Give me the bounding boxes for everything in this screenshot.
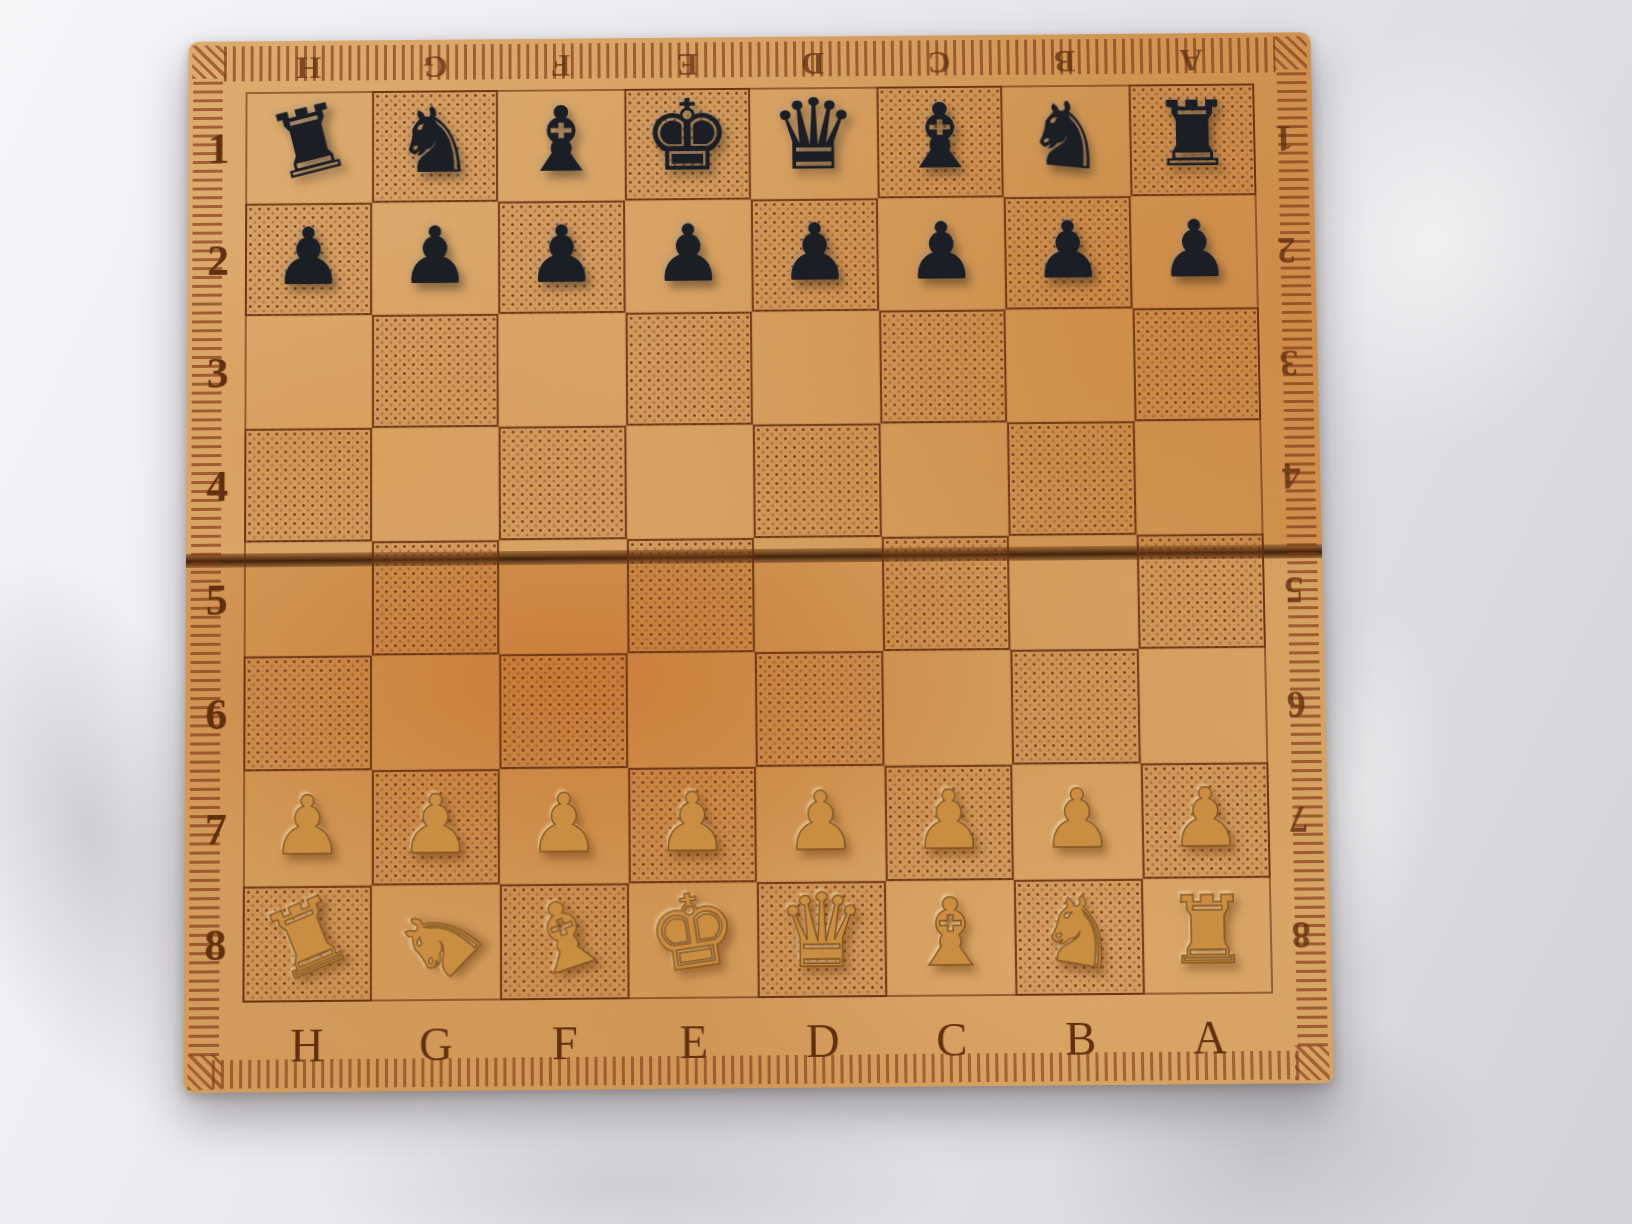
square-c7[interactable]: ♟ bbox=[884, 765, 1014, 881]
piece-black-king[interactable]: ♚ bbox=[643, 87, 732, 186]
square-b6[interactable] bbox=[1010, 649, 1140, 765]
piece-white-pawn[interactable]: ♟ bbox=[399, 784, 471, 866]
square-b8[interactable]: ♞ bbox=[1014, 879, 1145, 996]
square-c1[interactable]: ♝ bbox=[876, 86, 1004, 199]
piece-black-bishop[interactable]: ♝ bbox=[898, 92, 981, 183]
square-g6[interactable] bbox=[371, 654, 499, 770]
square-d7[interactable]: ♟ bbox=[756, 766, 885, 882]
square-h8[interactable]: ♜ bbox=[242, 886, 371, 1003]
piece-black-queen[interactable]: ♛ bbox=[769, 86, 859, 185]
square-a5[interactable] bbox=[1136, 534, 1266, 649]
piece-black-pawn[interactable]: ♟ bbox=[652, 214, 724, 293]
square-c8[interactable]: ♝ bbox=[885, 880, 1015, 997]
square-a3[interactable] bbox=[1132, 307, 1261, 421]
square-a1[interactable]: ♜ bbox=[1128, 83, 1256, 196]
square-d1[interactable]: ♛ bbox=[750, 87, 877, 200]
piece-white-pawn[interactable]: ♟ bbox=[271, 786, 343, 868]
piece-black-pawn[interactable]: ♟ bbox=[1158, 210, 1231, 289]
square-f2[interactable]: ♟ bbox=[498, 201, 625, 314]
piece-black-bishop[interactable]: ♝ bbox=[520, 95, 602, 186]
ruler-hatch-corner bbox=[187, 1055, 222, 1090]
square-f6[interactable] bbox=[499, 653, 627, 769]
square-f7[interactable]: ♟ bbox=[500, 768, 629, 884]
square-b2[interactable]: ♟ bbox=[1004, 196, 1132, 309]
square-c3[interactable] bbox=[879, 310, 1007, 424]
piece-white-pawn[interactable]: ♟ bbox=[656, 782, 729, 864]
piece-white-queen[interactable]: ♛ bbox=[776, 880, 867, 982]
square-b5[interactable] bbox=[1009, 535, 1138, 650]
squares-grid: ♜♞♝♚♛♝♞♜♟♟♟♟♟♟♟♟♟♟♟♟♟♟♟♟♜♞♝♚♛♝♞♜ bbox=[242, 83, 1273, 1002]
piece-black-pawn[interactable]: ♟ bbox=[1032, 211, 1104, 290]
ruler-hatch-corner bbox=[1294, 1045, 1329, 1080]
square-h7[interactable]: ♟ bbox=[243, 770, 372, 886]
square-c2[interactable]: ♟ bbox=[877, 197, 1005, 310]
photo-background: 12345678 12345678 HGFEDCBA HGFEDCBA ♜♞♝♚… bbox=[0, 0, 1632, 1224]
square-a4[interactable] bbox=[1134, 420, 1263, 535]
square-h6[interactable] bbox=[243, 655, 371, 771]
piece-white-pawn[interactable]: ♟ bbox=[1040, 779, 1113, 861]
square-g8[interactable]: ♞ bbox=[371, 884, 500, 1001]
piece-black-pawn[interactable]: ♟ bbox=[905, 212, 977, 291]
piece-white-pawn[interactable]: ♟ bbox=[912, 780, 985, 862]
chess-board: 12345678 12345678 HGFEDCBA HGFEDCBA ♜♞♝♚… bbox=[183, 32, 1333, 1093]
piece-white-bishop[interactable]: ♝ bbox=[510, 879, 618, 994]
square-g2[interactable]: ♟ bbox=[372, 202, 499, 315]
square-e5[interactable] bbox=[626, 538, 754, 653]
square-h3[interactable] bbox=[244, 315, 371, 429]
square-d8[interactable]: ♛ bbox=[757, 881, 887, 998]
square-e8[interactable]: ♚ bbox=[628, 882, 758, 999]
square-e2[interactable]: ♟ bbox=[624, 199, 751, 312]
square-d2[interactable]: ♟ bbox=[751, 198, 879, 311]
square-g4[interactable] bbox=[371, 427, 498, 542]
piece-black-pawn[interactable]: ♟ bbox=[399, 217, 470, 296]
square-f1[interactable]: ♝ bbox=[498, 89, 625, 202]
piece-white-pawn[interactable]: ♟ bbox=[1169, 778, 1243, 860]
square-f8[interactable]: ♝ bbox=[500, 883, 629, 1000]
ruler-hatch-corner bbox=[192, 45, 226, 78]
piece-white-pawn[interactable]: ♟ bbox=[784, 781, 857, 863]
square-g7[interactable]: ♟ bbox=[371, 769, 500, 885]
square-d5[interactable] bbox=[754, 537, 883, 652]
piece-black-rook[interactable]: ♜ bbox=[258, 89, 359, 196]
square-e1[interactable]: ♚ bbox=[624, 88, 751, 201]
square-b1[interactable]: ♞ bbox=[1002, 85, 1130, 198]
ruler-hatch-left bbox=[189, 77, 223, 1057]
square-b7[interactable]: ♟ bbox=[1012, 763, 1142, 879]
square-e7[interactable]: ♟ bbox=[628, 767, 757, 883]
piece-white-bishop[interactable]: ♝ bbox=[908, 886, 992, 980]
piece-black-knight[interactable]: ♞ bbox=[394, 96, 476, 187]
square-c6[interactable] bbox=[883, 650, 1012, 766]
square-b4[interactable] bbox=[1007, 421, 1136, 536]
piece-black-pawn[interactable]: ♟ bbox=[273, 218, 344, 297]
square-a8[interactable]: ♜ bbox=[1142, 878, 1273, 995]
piece-black-pawn[interactable]: ♟ bbox=[779, 213, 851, 292]
piece-white-knight[interactable]: ♞ bbox=[1030, 879, 1127, 985]
square-f5[interactable] bbox=[499, 539, 627, 654]
square-a6[interactable] bbox=[1138, 648, 1268, 764]
square-h2[interactable]: ♟ bbox=[245, 203, 372, 316]
square-e4[interactable] bbox=[626, 425, 754, 540]
piece-white-knight[interactable]: ♞ bbox=[378, 879, 503, 1004]
square-h4[interactable] bbox=[244, 428, 372, 543]
square-a7[interactable]: ♟ bbox=[1140, 762, 1271, 878]
square-e6[interactable] bbox=[627, 652, 756, 768]
piece-black-pawn[interactable]: ♟ bbox=[526, 216, 598, 295]
square-g5[interactable] bbox=[371, 540, 499, 655]
ruler-hatch-corner bbox=[1273, 36, 1307, 69]
square-c5[interactable] bbox=[881, 536, 1010, 651]
piece-black-knight[interactable]: ♞ bbox=[1021, 87, 1110, 184]
piece-white-rook[interactable]: ♜ bbox=[251, 880, 363, 999]
square-h1[interactable]: ♜ bbox=[245, 91, 371, 204]
square-b3[interactable] bbox=[1005, 308, 1134, 422]
square-c4[interactable] bbox=[880, 422, 1009, 537]
square-d6[interactable] bbox=[755, 651, 884, 767]
square-e3[interactable] bbox=[625, 312, 753, 426]
piece-white-king[interactable]: ♚ bbox=[641, 876, 745, 990]
piece-white-pawn[interactable]: ♟ bbox=[528, 783, 601, 865]
square-h5[interactable] bbox=[244, 541, 372, 656]
square-d4[interactable] bbox=[753, 423, 881, 538]
square-f4[interactable] bbox=[499, 426, 627, 541]
piece-white-rook[interactable]: ♜ bbox=[1165, 884, 1250, 978]
square-d3[interactable] bbox=[752, 311, 880, 425]
piece-black-rook[interactable]: ♜ bbox=[1150, 90, 1233, 181]
square-g3[interactable] bbox=[372, 314, 499, 428]
square-a2[interactable]: ♟ bbox=[1130, 195, 1259, 308]
square-f3[interactable] bbox=[498, 313, 625, 427]
square-g1[interactable]: ♞ bbox=[372, 90, 498, 203]
